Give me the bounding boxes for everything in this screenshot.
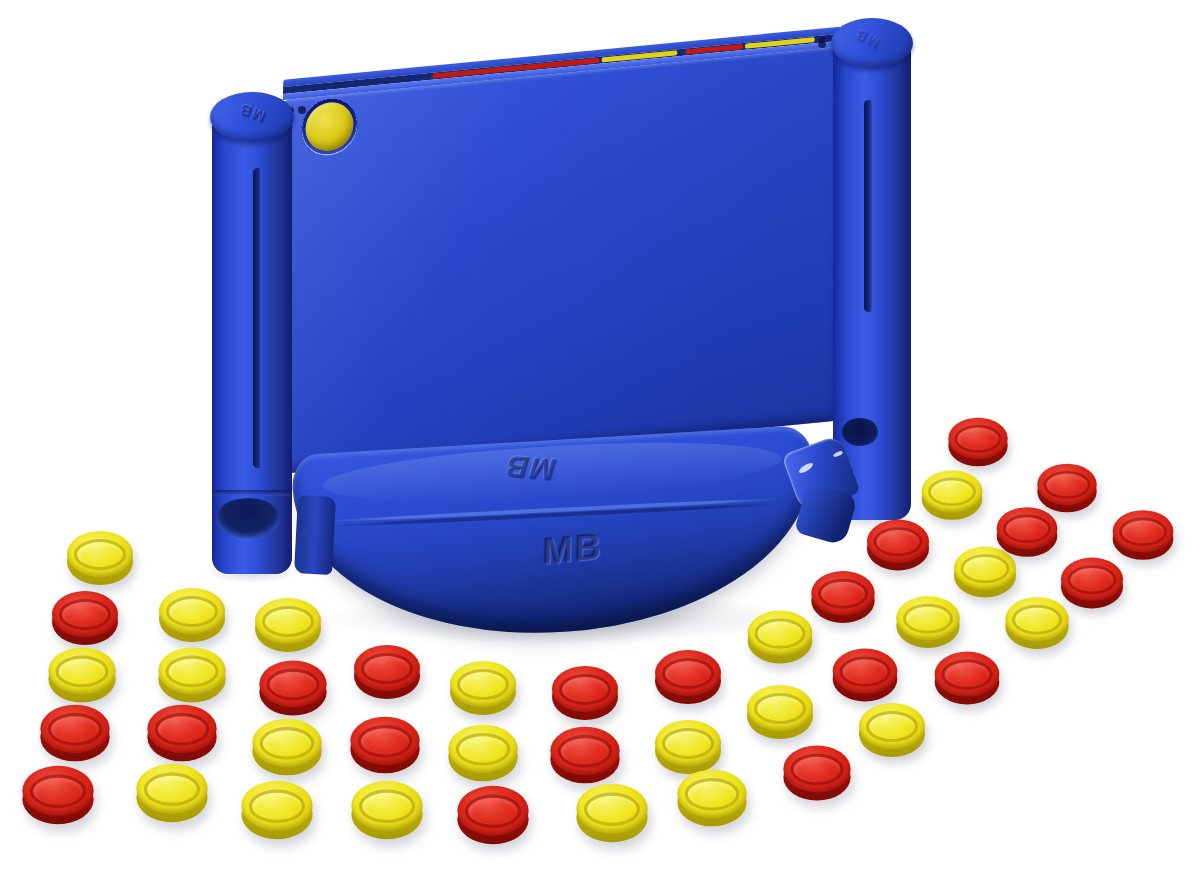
loose-disc-yellow-33[interactable]	[896, 596, 959, 648]
disc-ring	[457, 669, 509, 700]
disc-ring	[361, 653, 413, 684]
mb-logo-tray: MB	[543, 525, 603, 573]
loose-disc-yellow-24[interactable]	[655, 720, 721, 774]
loose-disc-yellow-17[interactable]	[450, 661, 516, 715]
disc-ring	[266, 669, 319, 701]
disc-ring	[903, 604, 953, 634]
loose-disc-red-34[interactable]	[935, 652, 1000, 705]
disc-ring	[144, 772, 200, 805]
disc-ring	[685, 778, 740, 811]
left-cap-pin	[298, 106, 306, 114]
right-pillar-hole	[842, 418, 878, 446]
disc-ring	[260, 727, 315, 760]
disc-ring	[359, 789, 415, 822]
loose-disc-red-20[interactable]	[552, 666, 618, 720]
loose-disc-yellow-18[interactable]	[448, 725, 517, 782]
left-pillar-slot	[253, 168, 262, 468]
disc-ring	[928, 478, 976, 507]
disc-ring	[456, 733, 511, 766]
loose-disc-yellow-1[interactable]	[67, 531, 133, 585]
loose-disc-yellow-31[interactable]	[859, 703, 925, 757]
loose-disc-red-5[interactable]	[22, 766, 93, 824]
loose-disc-yellow-10[interactable]	[255, 598, 321, 652]
loose-disc-yellow-25[interactable]	[677, 770, 746, 827]
loose-disc-red-23[interactable]	[655, 650, 721, 704]
loose-disc-yellow-41[interactable]	[1005, 597, 1068, 649]
disc-ring	[961, 554, 1010, 583]
loose-disc-red-21[interactable]	[550, 727, 619, 784]
loose-disc-red-38[interactable]	[997, 507, 1058, 557]
loose-disc-yellow-26[interactable]	[748, 611, 813, 664]
yellow-disc	[305, 100, 353, 153]
disc-ring	[559, 674, 611, 705]
loose-disc-red-39[interactable]	[1037, 464, 1096, 513]
disc-ring	[166, 596, 218, 627]
loose-disc-red-35[interactable]	[948, 418, 1007, 467]
disc-ring	[866, 711, 918, 742]
loose-disc-yellow-6[interactable]	[159, 588, 225, 642]
disc-ring	[942, 659, 993, 689]
disc-ring	[155, 713, 210, 746]
disc-ring	[840, 656, 891, 686]
disc-ring	[30, 774, 86, 807]
loose-disc-yellow-7[interactable]	[158, 647, 225, 702]
disc-ring	[165, 656, 218, 688]
loose-disc-yellow-13[interactable]	[241, 781, 312, 839]
disc-ring	[262, 606, 314, 637]
disc-ring	[662, 658, 714, 689]
loose-disc-red-14[interactable]	[354, 645, 420, 699]
loose-disc-red-29[interactable]	[811, 571, 874, 623]
loose-disc-yellow-3[interactable]	[48, 647, 115, 702]
disc-ring	[465, 794, 521, 827]
disc-ring	[1044, 471, 1091, 499]
disc-ring	[1119, 518, 1167, 547]
loose-disc-yellow-36[interactable]	[922, 470, 983, 520]
loose-disc-yellow-16[interactable]	[351, 781, 422, 839]
loose-disc-red-19[interactable]	[457, 786, 528, 844]
loose-disc-red-32[interactable]	[867, 520, 929, 571]
loose-disc-red-42[interactable]	[1113, 510, 1174, 560]
disc-ring	[48, 713, 103, 746]
left-pillar-groove	[212, 490, 292, 496]
disc-ring	[1012, 605, 1062, 635]
disc-ring	[662, 728, 714, 759]
loose-disc-red-4[interactable]	[40, 705, 109, 762]
disc-ring	[249, 789, 305, 822]
disc-ring	[55, 656, 108, 688]
right-cap-pin	[818, 40, 826, 48]
loose-disc-yellow-12[interactable]	[252, 719, 321, 776]
loose-disc-red-11[interactable]	[259, 660, 326, 715]
board-panel	[279, 47, 840, 474]
disc-ring	[754, 693, 806, 724]
loose-disc-red-30[interactable]	[833, 649, 898, 702]
left-pillar-notch	[216, 498, 280, 538]
loose-disc-red-40[interactable]	[1061, 558, 1123, 609]
disc-ring	[74, 539, 126, 570]
disc-ring	[955, 425, 1002, 453]
disc-ring	[818, 579, 868, 609]
disc-ring	[558, 735, 613, 768]
base-ridge-highlight	[323, 497, 787, 524]
disc-ring	[874, 527, 923, 556]
loose-disc-red-8[interactable]	[147, 705, 216, 762]
loose-disc-red-2[interactable]	[52, 591, 118, 645]
loose-disc-yellow-27[interactable]	[747, 685, 813, 739]
disc-ring	[1003, 515, 1051, 544]
disc-ring	[755, 618, 806, 648]
game-board	[279, 47, 840, 474]
loose-disc-yellow-22[interactable]	[576, 784, 647, 842]
mb-logo-lid: MB	[500, 449, 560, 486]
disc-ring	[59, 599, 111, 630]
base-ridge-shadow	[325, 502, 785, 528]
connect-four-photo-scene: MB MB MB MB	[0, 0, 1200, 871]
disc-ring	[1068, 565, 1117, 594]
right-pillar-slot	[864, 100, 873, 312]
loose-disc-yellow-9[interactable]	[136, 764, 207, 822]
loose-disc-red-15[interactable]	[350, 717, 419, 774]
loose-disc-red-28[interactable]	[783, 745, 850, 800]
disc-ring	[584, 792, 640, 825]
disc-ring	[790, 754, 843, 786]
left-hinge	[294, 495, 336, 575]
disc-ring	[358, 725, 413, 758]
